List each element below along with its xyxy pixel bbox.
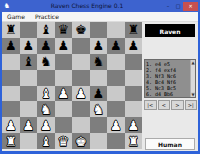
square-b4[interactable]: [20, 86, 38, 102]
square-a2[interactable]: ♟: [2, 117, 20, 133]
square-g5[interactable]: [107, 70, 125, 86]
square-c4[interactable]: ♝: [37, 86, 55, 102]
app-icon: ♞: [3, 1, 11, 11]
piece-white-rook: ♜: [5, 135, 17, 148]
scroll-up-icon[interactable]: ▲: [191, 60, 195, 65]
square-a8[interactable]: ♜: [2, 22, 20, 38]
square-b7[interactable]: ♟: [20, 38, 38, 54]
piece-black-bishop: ♝: [22, 55, 34, 68]
close-button[interactable]: ✕: [183, 2, 198, 11]
square-h3[interactable]: [125, 101, 143, 117]
square-b1[interactable]: [20, 133, 38, 149]
piece-black-pawn: ♟: [40, 39, 52, 52]
square-f5[interactable]: [90, 70, 108, 86]
piece-black-rook: ♜: [5, 23, 17, 36]
white-player-button[interactable]: Human: [145, 138, 195, 150]
piece-white-rook: ♜: [127, 135, 139, 148]
move-list-scrollbar[interactable]: ▲ ▼: [190, 60, 195, 97]
square-d6[interactable]: [55, 54, 73, 70]
piece-black-pawn: ♟: [127, 39, 139, 52]
square-e6[interactable]: [72, 54, 90, 70]
piece-white-bishop: ♝: [40, 87, 52, 100]
move-list-rows: 1. e4 e52. f4 exf43. Nf3 Nc64. Bc4 Nf65.…: [145, 60, 190, 97]
square-e2[interactable]: [72, 117, 90, 133]
menu-practice[interactable]: Practice: [30, 12, 64, 22]
maximize-button[interactable]: □: [173, 2, 183, 11]
window-title: Raven Chess Engine 0.1: [11, 0, 163, 12]
nav-first-button[interactable]: |<: [144, 100, 157, 110]
piece-black-pawn: ♟: [22, 39, 34, 52]
square-g4[interactable]: [107, 86, 125, 102]
side-panel: Raven 1. e4 e52. f4 exf43. Nf3 Nc64. Bc4…: [142, 22, 198, 151]
square-f2[interactable]: [90, 117, 108, 133]
square-g2[interactable]: ♟: [107, 117, 125, 133]
square-f1[interactable]: [90, 133, 108, 149]
square-c3[interactable]: ♞: [37, 101, 55, 117]
square-b3[interactable]: [20, 101, 38, 117]
square-f3[interactable]: ♞: [90, 101, 108, 117]
nav-prev-button[interactable]: <: [158, 100, 171, 110]
square-a4[interactable]: [2, 86, 20, 102]
piece-white-queen: ♛: [57, 135, 69, 148]
menu-game[interactable]: Game: [2, 12, 30, 22]
piece-black-king: ♚: [75, 23, 87, 36]
piece-white-pawn: ♟: [22, 119, 34, 132]
scroll-down-icon[interactable]: ▼: [191, 92, 195, 97]
nav-last-button[interactable]: >|: [185, 100, 198, 110]
square-e5[interactable]: [72, 70, 90, 86]
square-e1[interactable]: ♚: [72, 133, 90, 149]
piece-white-knight: ♞: [92, 103, 104, 116]
square-h4[interactable]: [125, 86, 143, 102]
square-g1[interactable]: [107, 133, 125, 149]
piece-black-bishop: ♝: [40, 23, 52, 36]
square-c6[interactable]: ♞: [37, 54, 55, 70]
square-e4[interactable]: ♟: [72, 86, 90, 102]
square-d2[interactable]: [55, 117, 73, 133]
piece-white-pawn: ♟: [40, 119, 52, 132]
piece-black-pawn: ♟: [92, 39, 104, 52]
square-c5[interactable]: [37, 70, 55, 86]
square-c2[interactable]: ♟: [37, 117, 55, 133]
piece-black-pawn: ♟: [5, 39, 17, 52]
square-g8[interactable]: [107, 22, 125, 38]
square-h1[interactable]: ♜: [125, 133, 143, 149]
move-list[interactable]: 1. e4 e52. f4 exf43. Nf3 Nc64. Bc4 Nf65.…: [144, 59, 196, 98]
square-h6[interactable]: [125, 54, 143, 70]
square-e7[interactable]: [72, 38, 90, 54]
square-h8[interactable]: ♜: [125, 22, 143, 38]
menu-bar: Game Practice: [2, 12, 198, 22]
piece-black-knight: ♞: [92, 55, 104, 68]
square-a1[interactable]: ♜: [2, 133, 20, 149]
square-d3[interactable]: [55, 101, 73, 117]
move-nav-buttons: |<<>>|: [144, 100, 197, 110]
app-window: ♞ Raven Chess Engine 0.1 – □ ✕ Game Prac…: [0, 0, 200, 154]
piece-white-pawn: ♟: [110, 119, 122, 132]
title-bar[interactable]: ♞ Raven Chess Engine 0.1 – □ ✕: [0, 0, 200, 12]
move-row[interactable]: 6. d4 Bb6: [146, 91, 190, 97]
square-a7[interactable]: ♟: [2, 38, 20, 54]
piece-black-queen: ♛: [57, 23, 69, 36]
minimize-button[interactable]: –: [163, 2, 173, 11]
square-f7[interactable]: ♟: [90, 38, 108, 54]
square-d5[interactable]: [55, 70, 73, 86]
piece-white-king: ♚: [75, 135, 87, 148]
piece-white-pawn: ♟: [57, 87, 69, 100]
square-a5[interactable]: [2, 70, 20, 86]
square-a6[interactable]: [2, 54, 20, 70]
square-f4[interactable]: ♟: [90, 86, 108, 102]
piece-black-pawn: ♟: [57, 39, 69, 52]
square-b5[interactable]: [20, 70, 38, 86]
square-h7[interactable]: ♟: [125, 38, 143, 54]
piece-black-pawn: ♟: [92, 87, 104, 100]
square-e8[interactable]: ♚: [72, 22, 90, 38]
square-d8[interactable]: ♛: [55, 22, 73, 38]
square-c7[interactable]: ♟: [37, 38, 55, 54]
piece-black-rook: ♜: [127, 23, 139, 36]
square-h2[interactable]: ♟: [125, 117, 143, 133]
piece-white-pawn: ♟: [5, 119, 17, 132]
piece-white-bishop: ♝: [40, 135, 52, 148]
square-d1[interactable]: ♛: [55, 133, 73, 149]
square-d7[interactable]: ♟: [55, 38, 73, 54]
square-h5[interactable]: [125, 70, 143, 86]
piece-black-knight: ♞: [40, 55, 52, 68]
square-b6[interactable]: ♝: [20, 54, 38, 70]
black-player-button[interactable]: Raven: [145, 24, 195, 37]
square-g6[interactable]: [107, 54, 125, 70]
nav-next-button[interactable]: >: [171, 100, 184, 110]
square-b8[interactable]: [20, 22, 38, 38]
square-a3[interactable]: [2, 101, 20, 117]
square-e3[interactable]: [72, 101, 90, 117]
piece-white-pawn: ♟: [75, 87, 87, 100]
square-d4[interactable]: ♟: [55, 86, 73, 102]
content-area: ♜♝♛♚♜♟♟♟♟♟♟♟♝♞♞♝♟♟♟♞♞♟♟♟♟♟♜♝♛♚♜ Raven 1.…: [2, 22, 198, 151]
square-f8[interactable]: [90, 22, 108, 38]
square-f6[interactable]: ♞: [90, 54, 108, 70]
piece-black-pawn: ♟: [110, 39, 122, 52]
square-g3[interactable]: [107, 101, 125, 117]
square-c1[interactable]: ♝: [37, 133, 55, 149]
piece-white-knight: ♞: [40, 103, 52, 116]
chess-board: ♜♝♛♚♜♟♟♟♟♟♟♟♝♞♞♝♟♟♟♞♞♟♟♟♟♟♜♝♛♚♜: [2, 22, 142, 149]
square-g7[interactable]: ♟: [107, 38, 125, 54]
square-c8[interactable]: ♝: [37, 22, 55, 38]
piece-white-pawn: ♟: [127, 119, 139, 132]
square-b2[interactable]: ♟: [20, 117, 38, 133]
